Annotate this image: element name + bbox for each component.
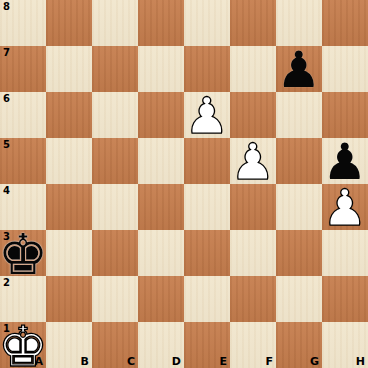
square-g8[interactable] <box>276 0 322 46</box>
square-h8[interactable] <box>322 0 368 46</box>
square-a7[interactable]: 7 <box>0 46 46 92</box>
square-g7[interactable]: ♟ <box>276 46 322 92</box>
file-label-f: F <box>265 356 273 367</box>
square-b8[interactable] <box>46 0 92 46</box>
square-c2[interactable] <box>92 276 138 322</box>
square-b5[interactable] <box>46 138 92 184</box>
square-f7[interactable] <box>230 46 276 92</box>
square-a8[interactable]: 8 <box>0 0 46 46</box>
square-c3[interactable] <box>92 230 138 276</box>
square-c7[interactable] <box>92 46 138 92</box>
square-c1[interactable]: C <box>92 322 138 368</box>
file-label-e: E <box>219 356 227 367</box>
rank-label-4: 4 <box>3 186 10 196</box>
rank-label-7: 7 <box>3 48 10 58</box>
square-d1[interactable]: D <box>138 322 184 368</box>
square-h4[interactable]: ♟ <box>322 184 368 230</box>
rank-label-5: 5 <box>3 140 10 150</box>
white-pawn[interactable]: ♟ <box>184 93 230 139</box>
file-label-d: D <box>172 356 181 367</box>
square-a3[interactable]: 3♚ <box>0 230 46 276</box>
square-b7[interactable] <box>46 46 92 92</box>
square-a5[interactable]: 5 <box>0 138 46 184</box>
square-f8[interactable] <box>230 0 276 46</box>
file-label-h: H <box>356 356 365 367</box>
square-f6[interactable] <box>230 92 276 138</box>
square-f5[interactable]: ♟ <box>230 138 276 184</box>
square-h2[interactable] <box>322 276 368 322</box>
square-b1[interactable]: B <box>46 322 92 368</box>
square-e6[interactable]: ♟ <box>184 92 230 138</box>
chess-board: 87♟6♟5♟♟4♟3♚21A♚BCDEFGH <box>0 0 368 368</box>
square-g4[interactable] <box>276 184 322 230</box>
square-c6[interactable] <box>92 92 138 138</box>
square-h6[interactable] <box>322 92 368 138</box>
square-d2[interactable] <box>138 276 184 322</box>
file-label-a: A <box>34 356 43 367</box>
rank-label-8: 8 <box>3 2 10 12</box>
black-pawn[interactable]: ♟ <box>276 47 322 93</box>
square-g5[interactable] <box>276 138 322 184</box>
square-e2[interactable] <box>184 276 230 322</box>
square-d7[interactable] <box>138 46 184 92</box>
rank-label-1: 1 <box>3 324 10 334</box>
square-e7[interactable] <box>184 46 230 92</box>
square-c4[interactable] <box>92 184 138 230</box>
square-e1[interactable]: E <box>184 322 230 368</box>
square-f1[interactable]: F <box>230 322 276 368</box>
square-d8[interactable] <box>138 0 184 46</box>
square-g3[interactable] <box>276 230 322 276</box>
square-f2[interactable] <box>230 276 276 322</box>
square-a1[interactable]: 1A♚ <box>0 322 46 368</box>
square-d6[interactable] <box>138 92 184 138</box>
square-c5[interactable] <box>92 138 138 184</box>
square-b3[interactable] <box>46 230 92 276</box>
square-h7[interactable] <box>322 46 368 92</box>
square-c8[interactable] <box>92 0 138 46</box>
rank-label-6: 6 <box>3 94 10 104</box>
file-label-c: C <box>127 356 135 367</box>
square-b6[interactable] <box>46 92 92 138</box>
square-d5[interactable] <box>138 138 184 184</box>
square-g2[interactable] <box>276 276 322 322</box>
square-b4[interactable] <box>46 184 92 230</box>
square-d3[interactable] <box>138 230 184 276</box>
file-label-g: G <box>310 356 319 367</box>
square-a6[interactable]: 6 <box>0 92 46 138</box>
rank-label-2: 2 <box>3 278 10 288</box>
rank-label-3: 3 <box>3 232 10 242</box>
square-e8[interactable] <box>184 0 230 46</box>
square-d4[interactable] <box>138 184 184 230</box>
square-h5[interactable]: ♟ <box>322 138 368 184</box>
square-e4[interactable] <box>184 184 230 230</box>
white-pawn[interactable]: ♟ <box>322 185 368 231</box>
square-h1[interactable]: H <box>322 322 368 368</box>
square-g1[interactable]: G <box>276 322 322 368</box>
square-e3[interactable] <box>184 230 230 276</box>
white-pawn[interactable]: ♟ <box>230 139 276 185</box>
file-label-b: B <box>81 356 89 367</box>
square-b2[interactable] <box>46 276 92 322</box>
square-f3[interactable] <box>230 230 276 276</box>
